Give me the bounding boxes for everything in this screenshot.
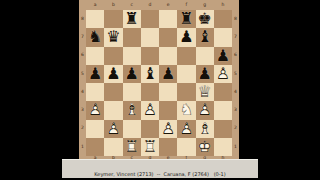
file-label-b: b (104, 0, 122, 10)
square-d3[interactable]: ♟♙ (141, 101, 159, 119)
black-pawn-g5: ♟ (196, 65, 214, 83)
square-d5[interactable]: ♝ (141, 65, 159, 83)
square-b6[interactable] (104, 47, 122, 65)
square-a3[interactable]: ♟♙ (86, 101, 104, 119)
file-label-e: e (159, 0, 177, 10)
square-b8[interactable] (104, 10, 122, 28)
piece-glyph: ♚ (196, 10, 214, 28)
rank-label-7: 7 (232, 28, 239, 46)
piece-glyph: ♞ (86, 28, 104, 46)
black-pawn-e5: ♟ (159, 65, 177, 83)
square-c2[interactable] (123, 120, 141, 138)
white-pawn-h5: ♟♙ (214, 65, 232, 83)
white-bishop-c3: ♝♗ (123, 101, 141, 119)
rank-label-8: 8 (79, 10, 86, 28)
square-c7[interactable] (123, 28, 141, 46)
square-d1[interactable]: ♜♖ (141, 138, 159, 156)
rank-label-5: 5 (232, 65, 239, 83)
rank-label-8: 8 (232, 10, 239, 28)
square-g5[interactable]: ♟ (196, 65, 214, 83)
square-d4[interactable] (141, 83, 159, 101)
rank-label-6: 6 (79, 47, 86, 65)
square-c6[interactable] (123, 47, 141, 65)
square-a6[interactable] (86, 47, 104, 65)
black-queen-b7: ♛ (104, 28, 122, 46)
rank-label-5: 5 (79, 65, 86, 83)
square-h8[interactable] (214, 10, 232, 28)
piece-outline-glyph: ♔ (196, 138, 214, 156)
piece-outline-glyph: ♗ (123, 101, 141, 119)
square-d2[interactable] (141, 120, 159, 138)
piece-outline-glyph: ♙ (104, 120, 122, 138)
rank-label-7: 7 (79, 28, 86, 46)
piece-outline-glyph: ♖ (141, 138, 159, 156)
square-c5[interactable]: ♟ (123, 65, 141, 83)
players-and-result: Keymer, Vincent (2713) -- Caruana, F (27… (62, 172, 258, 178)
square-e5[interactable]: ♟ (159, 65, 177, 83)
white-pawn-e2: ♟♙ (159, 120, 177, 138)
piece-outline-glyph: ♙ (177, 120, 195, 138)
white-rook-d1: ♜♖ (141, 138, 159, 156)
black-pawn-f7: ♟ (177, 28, 195, 46)
square-c1[interactable]: ♜♖ (123, 138, 141, 156)
file-label-a: a (86, 0, 104, 10)
rank-label-2: 2 (232, 120, 239, 138)
square-f7[interactable]: ♟ (177, 28, 195, 46)
square-a1[interactable] (86, 138, 104, 156)
square-b4[interactable] (104, 83, 122, 101)
black-knight-a7: ♞ (86, 28, 104, 46)
square-b3[interactable] (104, 101, 122, 119)
rank-labels-right: 87654321 (232, 10, 239, 156)
black-pawn-a5: ♟ (86, 65, 104, 83)
square-b1[interactable] (104, 138, 122, 156)
piece-outline-glyph: ♘ (177, 101, 195, 119)
game-info-panel: Keymer, Vincent (2713) -- Caruana, F (27… (62, 159, 258, 178)
square-e3[interactable] (159, 101, 177, 119)
square-a4[interactable] (86, 83, 104, 101)
black-pawn-c5: ♟ (123, 65, 141, 83)
white-pawn-f2: ♟♙ (177, 120, 195, 138)
black-bishop-g7: ♝ (196, 28, 214, 46)
piece-glyph: ♝ (141, 65, 159, 83)
piece-outline-glyph: ♙ (86, 101, 104, 119)
file-label-d: d (141, 0, 159, 10)
piece-glyph: ♟ (196, 65, 214, 83)
rank-label-3: 3 (79, 101, 86, 119)
piece-glyph: ♛ (104, 28, 122, 46)
rank-label-3: 3 (232, 101, 239, 119)
square-h4[interactable] (214, 83, 232, 101)
rank-label-1: 1 (79, 138, 86, 156)
piece-outline-glyph: ♗ (196, 120, 214, 138)
rank-label-2: 2 (79, 120, 86, 138)
chess-board-with-coordinates: abcdefgh 87654321 ♜♜♚♞♛♟♝♟♟♟♟♝♟♟♟♙♛♕♟♙♝♗… (79, 0, 239, 160)
square-e7[interactable] (159, 28, 177, 46)
piece-outline-glyph: ♕ (196, 83, 214, 101)
white-bishop-g2: ♝♗ (196, 120, 214, 138)
piece-glyph: ♟ (159, 65, 177, 83)
black-pawn-h6: ♟ (214, 47, 232, 65)
square-d8[interactable] (141, 10, 159, 28)
piece-outline-glyph: ♙ (196, 101, 214, 119)
rank-label-4: 4 (232, 83, 239, 101)
piece-glyph: ♟ (214, 47, 232, 65)
black-king-g8: ♚ (196, 10, 214, 28)
square-h1[interactable] (214, 138, 232, 156)
square-a8[interactable] (86, 10, 104, 28)
square-a5[interactable]: ♟ (86, 65, 104, 83)
piece-outline-glyph: ♙ (141, 101, 159, 119)
piece-glyph: ♝ (196, 28, 214, 46)
black-bishop-d5: ♝ (141, 65, 159, 83)
file-label-h: h (214, 0, 232, 10)
white-knight-f3: ♞♘ (177, 101, 195, 119)
white-pawn-g3: ♟♙ (196, 101, 214, 119)
white-rook-c1: ♜♖ (123, 138, 141, 156)
white-queen-g4: ♛♕ (196, 83, 214, 101)
rank-label-6: 6 (232, 47, 239, 65)
corner-top-left (79, 0, 86, 10)
square-h5[interactable]: ♟♙ (214, 65, 232, 83)
chess-viewer-screen: abcdefgh 87654321 ♜♜♚♞♛♟♝♟♟♟♟♝♟♟♟♙♛♕♟♙♝♗… (0, 0, 320, 180)
white-king-g1: ♚♔ (196, 138, 214, 156)
square-e8[interactable] (159, 10, 177, 28)
black-pawn-b5: ♟ (104, 65, 122, 83)
square-g2[interactable]: ♝♗ (196, 120, 214, 138)
piece-glyph: ♟ (104, 65, 122, 83)
square-f8[interactable]: ♜ (177, 10, 195, 28)
square-g8[interactable]: ♚ (196, 10, 214, 28)
square-g3[interactable]: ♟♙ (196, 101, 214, 119)
black-rook-f8: ♜ (177, 10, 195, 28)
rank-labels-left: 87654321 (79, 10, 86, 156)
square-f4[interactable] (177, 83, 195, 101)
piece-outline-glyph: ♙ (214, 65, 232, 83)
piece-outline-glyph: ♙ (159, 120, 177, 138)
square-f2[interactable]: ♟♙ (177, 120, 195, 138)
square-c4[interactable] (123, 83, 141, 101)
white-pawn-b2: ♟♙ (104, 120, 122, 138)
piece-glyph: ♟ (86, 65, 104, 83)
square-f3[interactable]: ♞♘ (177, 101, 195, 119)
piece-glyph: ♟ (123, 65, 141, 83)
square-c3[interactable]: ♝♗ (123, 101, 141, 119)
square-g7[interactable]: ♝ (196, 28, 214, 46)
corner-top-right (232, 0, 239, 10)
square-e2[interactable]: ♟♙ (159, 120, 177, 138)
square-g4[interactable]: ♛♕ (196, 83, 214, 101)
square-b5[interactable]: ♟ (104, 65, 122, 83)
square-c8[interactable]: ♜ (123, 10, 141, 28)
square-h7[interactable] (214, 28, 232, 46)
square-g1[interactable]: ♚♔ (196, 138, 214, 156)
piece-glyph: ♜ (123, 10, 141, 28)
square-h2[interactable] (214, 120, 232, 138)
square-f6[interactable] (177, 47, 195, 65)
piece-glyph: ♟ (177, 28, 195, 46)
square-e4[interactable] (159, 83, 177, 101)
square-h3[interactable] (214, 101, 232, 119)
square-f5[interactable] (177, 65, 195, 83)
square-h6[interactable]: ♟ (214, 47, 232, 65)
rank-label-4: 4 (79, 83, 86, 101)
chess-board: ♜♜♚♞♛♟♝♟♟♟♟♝♟♟♟♙♛♕♟♙♝♗♟♙♞♘♟♙♟♙♟♙♟♙♝♗♜♖♜♖… (86, 10, 232, 156)
white-pawn-a3: ♟♙ (86, 101, 104, 119)
square-g6[interactable] (196, 47, 214, 65)
piece-glyph: ♜ (177, 10, 195, 28)
square-e1[interactable] (159, 138, 177, 156)
square-a2[interactable] (86, 120, 104, 138)
piece-outline-glyph: ♖ (123, 138, 141, 156)
square-a7[interactable]: ♞ (86, 28, 104, 46)
square-e6[interactable] (159, 47, 177, 65)
square-b7[interactable]: ♛ (104, 28, 122, 46)
square-d7[interactable] (141, 28, 159, 46)
rank-label-1: 1 (232, 138, 239, 156)
square-d6[interactable] (141, 47, 159, 65)
black-rook-c8: ♜ (123, 10, 141, 28)
white-pawn-d3: ♟♙ (141, 101, 159, 119)
square-f1[interactable] (177, 138, 195, 156)
square-b2[interactable]: ♟♙ (104, 120, 122, 138)
